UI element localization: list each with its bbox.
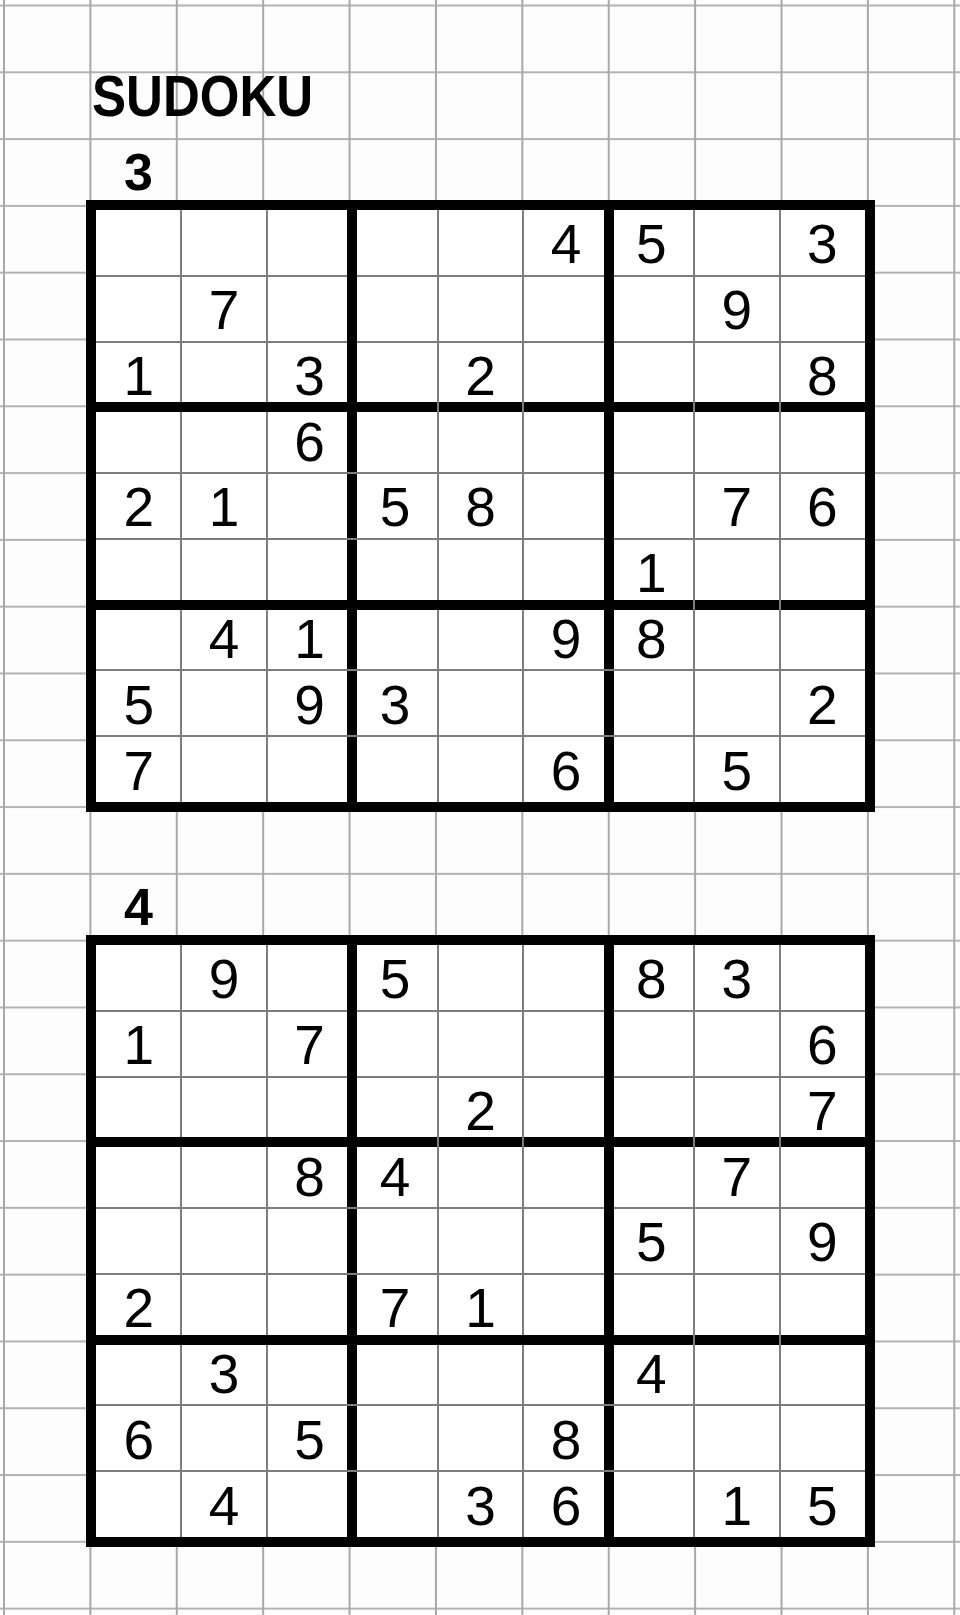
puzzle-3-cell-r3c1: 1 — [96, 342, 181, 408]
puzzle-3-cell-r1c8[interactable] — [694, 210, 779, 276]
cells-layer: 958317627847592713465843615 — [96, 945, 865, 1537]
puzzle-4-cell-r8c8[interactable] — [694, 1405, 779, 1471]
puzzle-3-cell-r4c3: 6 — [267, 407, 352, 473]
puzzle-4-cell-r6c8[interactable] — [694, 1274, 779, 1340]
puzzle-4-cell-r9c6: 6 — [523, 1471, 608, 1537]
puzzle-3-cell-r6c8[interactable] — [694, 539, 779, 605]
puzzle-4-cell-r4c7[interactable] — [609, 1142, 694, 1208]
puzzle-4-cell-r5c4[interactable] — [352, 1208, 437, 1274]
puzzle-4-cell-r3c6[interactable] — [523, 1077, 608, 1143]
puzzle-4-cell-r1c4: 5 — [352, 945, 437, 1011]
puzzle-3-cell-r4c8[interactable] — [694, 407, 779, 473]
puzzle-4-cell-r7c9[interactable] — [780, 1340, 865, 1406]
puzzle-3-cell-r7c3: 1 — [267, 605, 352, 671]
puzzle-4-cell-r7c6[interactable] — [523, 1340, 608, 1406]
puzzle-3-cell-r5c8: 7 — [694, 473, 779, 539]
puzzle-3-cell-r3c9: 8 — [780, 342, 865, 408]
puzzle-3-cell-r2c6[interactable] — [523, 276, 608, 342]
puzzle-4-cell-r3c9: 7 — [780, 1077, 865, 1143]
puzzle-3-cell-r5c2: 1 — [181, 473, 266, 539]
puzzle-3-cell-r1c5[interactable] — [438, 210, 523, 276]
puzzle-3-cell-r9c1: 7 — [96, 736, 181, 802]
puzzle-3-cell-r9c7[interactable] — [609, 736, 694, 802]
puzzle-3-label: 3 — [124, 146, 153, 198]
puzzle-3-cell-r6c2[interactable] — [181, 539, 266, 605]
puzzle-4-cell-r9c9: 5 — [780, 1471, 865, 1537]
puzzle-3-cell-r5c3[interactable] — [267, 473, 352, 539]
puzzle-3-cell-r7c8[interactable] — [694, 605, 779, 671]
puzzle-4-cell-r8c6: 8 — [523, 1405, 608, 1471]
puzzle-4-cell-r9c5: 3 — [438, 1471, 523, 1537]
puzzle-3-cell-r1c1[interactable] — [96, 210, 181, 276]
puzzle-3-cell-r8c7[interactable] — [609, 670, 694, 736]
puzzle-4-cell-r5c6[interactable] — [523, 1208, 608, 1274]
puzzle-3-cell-r9c3[interactable] — [267, 736, 352, 802]
puzzle-3-cell-r4c7[interactable] — [609, 407, 694, 473]
puzzle-3-cell-r6c4[interactable] — [352, 539, 437, 605]
puzzle-4-cell-r4c6[interactable] — [523, 1142, 608, 1208]
puzzle-4-cell-r3c7[interactable] — [609, 1077, 694, 1143]
puzzle-3-cell-r4c4[interactable] — [352, 407, 437, 473]
puzzle-3-cell-r1c7: 5 — [609, 210, 694, 276]
puzzle-3-cell-r2c5[interactable] — [438, 276, 523, 342]
puzzle-3-cell-r1c4[interactable] — [352, 210, 437, 276]
puzzle-4-cell-r6c9[interactable] — [780, 1274, 865, 1340]
puzzle-4-cell-r1c8: 3 — [694, 945, 779, 1011]
puzzle-4-cell-r6c7[interactable] — [609, 1274, 694, 1340]
puzzle-3-cell-r1c6: 4 — [523, 210, 608, 276]
puzzle-4-cell-r2c7[interactable] — [609, 1011, 694, 1077]
puzzle-3-cell-r1c9: 3 — [780, 210, 865, 276]
puzzle-3-cell-r7c7: 8 — [609, 605, 694, 671]
puzzle-3-cell-r9c2[interactable] — [181, 736, 266, 802]
puzzle-3-cell-r8c8[interactable] — [694, 670, 779, 736]
puzzle-3-cell-r8c2[interactable] — [181, 670, 266, 736]
puzzle-4-cell-r4c8: 7 — [694, 1142, 779, 1208]
puzzle-3-cell-r4c1[interactable] — [96, 407, 181, 473]
sudoku-worksheet-page: SUDOKU 3 4537913286215876141985932765 4 … — [0, 0, 960, 1615]
puzzle-4-cell-r2c9: 6 — [780, 1011, 865, 1077]
puzzle-3-cell-r8c3: 9 — [267, 670, 352, 736]
puzzle-4-cell-r7c4[interactable] — [352, 1340, 437, 1406]
puzzle-3-cell-r3c8[interactable] — [694, 342, 779, 408]
puzzle-3-cell-r9c6: 6 — [523, 736, 608, 802]
puzzle-3-cell-r7c4[interactable] — [352, 605, 437, 671]
puzzle-4-cell-r4c1[interactable] — [96, 1142, 181, 1208]
puzzle-4-cell-r4c5[interactable] — [438, 1142, 523, 1208]
puzzle-4-cell-r7c5[interactable] — [438, 1340, 523, 1406]
puzzle-4-cell-r6c3[interactable] — [267, 1274, 352, 1340]
puzzle-4-cell-r6c6[interactable] — [523, 1274, 608, 1340]
puzzle-4-cell-r5c8[interactable] — [694, 1208, 779, 1274]
puzzle-4-cell-r9c2: 4 — [181, 1471, 266, 1537]
puzzle-4-cell-r2c8[interactable] — [694, 1011, 779, 1077]
puzzle-3-cell-r6c5[interactable] — [438, 539, 523, 605]
puzzle-4-cell-r9c8: 1 — [694, 1471, 779, 1537]
puzzle-3-cell-r9c4[interactable] — [352, 736, 437, 802]
puzzle-3-cell-r4c9[interactable] — [780, 407, 865, 473]
puzzle-3-cell-r5c4: 5 — [352, 473, 437, 539]
puzzle-3-cell-r6c7: 1 — [609, 539, 694, 605]
puzzle-3-cell-r7c9[interactable] — [780, 605, 865, 671]
puzzle-4-cell-r1c2: 9 — [181, 945, 266, 1011]
puzzle-3-cell-r7c2: 4 — [181, 605, 266, 671]
page-title: SUDOKU — [92, 67, 313, 125]
puzzle-3-cell-r3c7[interactable] — [609, 342, 694, 408]
sudoku-board-4: 958317627847592713465843615 — [86, 935, 875, 1547]
puzzle-3-cell-r2c4[interactable] — [352, 276, 437, 342]
cells-layer: 4537913286215876141985932765 — [96, 210, 865, 802]
puzzle-3-cell-r4c5[interactable] — [438, 407, 523, 473]
puzzle-3-cell-r3c3: 3 — [267, 342, 352, 408]
puzzle-4-cell-r3c5: 2 — [438, 1077, 523, 1143]
puzzle-4-cell-r2c4[interactable] — [352, 1011, 437, 1077]
puzzle-3-cell-r6c6[interactable] — [523, 539, 608, 605]
puzzle-4-cell-r3c4[interactable] — [352, 1077, 437, 1143]
puzzle-4-label: 4 — [124, 881, 153, 933]
puzzle-4-cell-r4c2[interactable] — [181, 1142, 266, 1208]
puzzle-4-cell-r6c4: 7 — [352, 1274, 437, 1340]
puzzle-3-cell-r7c5[interactable] — [438, 605, 523, 671]
puzzle-4-cell-r6c1: 2 — [96, 1274, 181, 1340]
puzzle-3-cell-r2c9[interactable] — [780, 276, 865, 342]
puzzle-4-cell-r1c9[interactable] — [780, 945, 865, 1011]
puzzle-4-cell-r5c2[interactable] — [181, 1208, 266, 1274]
puzzle-4-cell-r3c1[interactable] — [96, 1077, 181, 1143]
puzzle-3-cell-r1c3[interactable] — [267, 210, 352, 276]
puzzle-3-cell-r2c1[interactable] — [96, 276, 181, 342]
puzzle-3-cell-r3c5: 2 — [438, 342, 523, 408]
puzzle-3-cell-r4c2[interactable] — [181, 407, 266, 473]
puzzle-4-cell-r5c1[interactable] — [96, 1208, 181, 1274]
puzzle-4-cell-r8c7[interactable] — [609, 1405, 694, 1471]
puzzle-4-cell-r5c9: 9 — [780, 1208, 865, 1274]
puzzle-4-cell-r3c8[interactable] — [694, 1077, 779, 1143]
puzzle-4-cell-r9c4[interactable] — [352, 1471, 437, 1537]
puzzle-3-cell-r7c6: 9 — [523, 605, 608, 671]
puzzle-4-cell-r8c1: 6 — [96, 1405, 181, 1471]
puzzle-4-cell-r6c2[interactable] — [181, 1274, 266, 1340]
puzzle-4-cell-r8c2[interactable] — [181, 1405, 266, 1471]
puzzle-3-cell-r6c3[interactable] — [267, 539, 352, 605]
puzzle-3-cell-r8c1: 5 — [96, 670, 181, 736]
puzzle-3-cell-r3c4[interactable] — [352, 342, 437, 408]
puzzle-3-cell-r8c5[interactable] — [438, 670, 523, 736]
puzzle-4-cell-r2c3: 7 — [267, 1011, 352, 1077]
puzzle-4-cell-r1c3[interactable] — [267, 945, 352, 1011]
puzzle-4-cell-r8c9[interactable] — [780, 1405, 865, 1471]
puzzle-3-cell-r6c9[interactable] — [780, 539, 865, 605]
puzzle-4-cell-r3c2[interactable] — [181, 1077, 266, 1143]
puzzle-4-cell-r9c3[interactable] — [267, 1471, 352, 1537]
puzzle-3-cell-r5c7[interactable] — [609, 473, 694, 539]
puzzle-3-cell-r1c2[interactable] — [181, 210, 266, 276]
puzzle-3-cell-r2c3[interactable] — [267, 276, 352, 342]
puzzle-4-cell-r6c5: 1 — [438, 1274, 523, 1340]
puzzle-4-cell-r2c6[interactable] — [523, 1011, 608, 1077]
puzzle-4-cell-r9c7[interactable] — [609, 1471, 694, 1537]
puzzle-4-cell-r7c7: 4 — [609, 1340, 694, 1406]
puzzle-4-cell-r8c5[interactable] — [438, 1405, 523, 1471]
puzzle-4-cell-r9c1[interactable] — [96, 1471, 181, 1537]
puzzle-3-cell-r2c8: 9 — [694, 276, 779, 342]
sudoku-board-3: 4537913286215876141985932765 — [86, 200, 875, 812]
puzzle-4-cell-r5c7: 5 — [609, 1208, 694, 1274]
puzzle-3-cell-r4c6[interactable] — [523, 407, 608, 473]
puzzle-4-cell-r7c2: 3 — [181, 1340, 266, 1406]
puzzle-3-cell-r5c5: 8 — [438, 473, 523, 539]
puzzle-4-cell-r4c3: 8 — [267, 1142, 352, 1208]
puzzle-4-cell-r1c1[interactable] — [96, 945, 181, 1011]
puzzle-3-cell-r2c2: 7 — [181, 276, 266, 342]
puzzle-4-cell-r7c1[interactable] — [96, 1340, 181, 1406]
puzzle-4-cell-r1c6[interactable] — [523, 945, 608, 1011]
puzzle-3-cell-r9c9[interactable] — [780, 736, 865, 802]
puzzle-3-cell-r5c9: 6 — [780, 473, 865, 539]
puzzle-3-cell-r9c5[interactable] — [438, 736, 523, 802]
puzzle-4-cell-r3c3[interactable] — [267, 1077, 352, 1143]
puzzle-3-cell-r5c1: 2 — [96, 473, 181, 539]
puzzle-3-cell-r8c4: 3 — [352, 670, 437, 736]
puzzle-3-cell-r9c8: 5 — [694, 736, 779, 802]
puzzle-4-cell-r8c4[interactable] — [352, 1405, 437, 1471]
puzzle-3-cell-r8c9: 2 — [780, 670, 865, 736]
puzzle-4-cell-r5c3[interactable] — [267, 1208, 352, 1274]
puzzle-3-cell-r5c6[interactable] — [523, 473, 608, 539]
puzzle-4-cell-r4c4: 4 — [352, 1142, 437, 1208]
puzzle-4-cell-r5c5[interactable] — [438, 1208, 523, 1274]
puzzle-3-cell-r8c6[interactable] — [523, 670, 608, 736]
puzzle-4-cell-r7c8[interactable] — [694, 1340, 779, 1406]
puzzle-4-cell-r2c1: 1 — [96, 1011, 181, 1077]
puzzle-3-cell-r3c2[interactable] — [181, 342, 266, 408]
puzzle-4-cell-r7c3[interactable] — [267, 1340, 352, 1406]
puzzle-4-cell-r8c3: 5 — [267, 1405, 352, 1471]
puzzle-3-cell-r2c7[interactable] — [609, 276, 694, 342]
puzzle-3-cell-r6c1[interactable] — [96, 539, 181, 605]
puzzle-4-cell-r1c7: 8 — [609, 945, 694, 1011]
puzzle-3-cell-r7c1[interactable] — [96, 605, 181, 671]
puzzle-4-cell-r2c2[interactable] — [181, 1011, 266, 1077]
puzzle-4-cell-r1c5[interactable] — [438, 945, 523, 1011]
puzzle-4-cell-r2c5[interactable] — [438, 1011, 523, 1077]
puzzle-3-cell-r3c6[interactable] — [523, 342, 608, 408]
puzzle-4-cell-r4c9[interactable] — [780, 1142, 865, 1208]
